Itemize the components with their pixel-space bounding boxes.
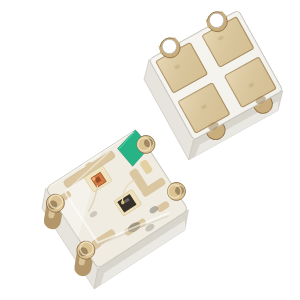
product-photo bbox=[0, 0, 300, 300]
smd-led-photo-canvas bbox=[0, 0, 300, 300]
